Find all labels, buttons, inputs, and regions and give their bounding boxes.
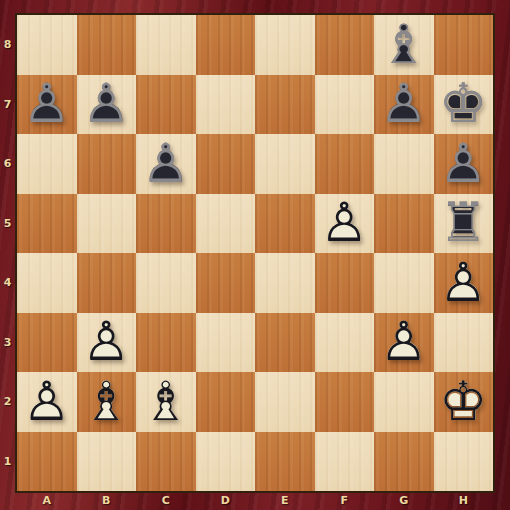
black-pawn-glyph-outline: ♙ (17, 77, 77, 131)
square-h5[interactable]: ♜♖ (434, 194, 494, 254)
piece-black-rook[interactable]: ♜♖ (434, 194, 494, 254)
white-pawn-glyph-outline: ♙ (17, 375, 77, 429)
square-b2[interactable]: ♝♗ (77, 372, 137, 432)
rank-label-8: 8 (0, 15, 15, 75)
square-c3[interactable] (136, 313, 196, 373)
square-f5[interactable]: ♟♙ (315, 194, 375, 254)
square-h1[interactable] (434, 432, 494, 492)
square-c4[interactable] (136, 253, 196, 313)
square-c8[interactable] (136, 15, 196, 75)
rank-label-5: 5 (0, 194, 15, 254)
file-label-e: E (255, 493, 315, 510)
square-f3[interactable] (315, 313, 375, 373)
square-d7[interactable] (196, 75, 256, 135)
white-king-glyph-outline: ♔ (434, 375, 494, 429)
square-a5[interactable] (17, 194, 77, 254)
square-g7[interactable]: ♟♙ (374, 75, 434, 135)
square-h6[interactable]: ♟♙ (434, 134, 494, 194)
black-rook-glyph-outline: ♖ (434, 196, 494, 250)
square-d8[interactable] (196, 15, 256, 75)
square-g3[interactable]: ♟♙ (374, 313, 434, 373)
square-b8[interactable] (77, 15, 137, 75)
square-e5[interactable] (255, 194, 315, 254)
square-e7[interactable] (255, 75, 315, 135)
piece-black-pawn[interactable]: ♟♙ (77, 75, 137, 135)
piece-black-bishop[interactable]: ♝♗ (374, 15, 434, 75)
square-e3[interactable] (255, 313, 315, 373)
square-a8[interactable] (17, 15, 77, 75)
square-h3[interactable] (434, 313, 494, 373)
black-pawn-glyph-outline: ♙ (374, 77, 434, 131)
square-e2[interactable] (255, 372, 315, 432)
chessboard: ♝♗♟♙♟♙♟♙♚♔♟♙♟♙♟♙♜♖♟♙♟♙♟♙♟♙♝♗♝♗♚♔ (15, 13, 495, 493)
square-g5[interactable] (374, 194, 434, 254)
square-f1[interactable] (315, 432, 375, 492)
rank-label-6: 6 (0, 134, 15, 194)
square-g6[interactable] (374, 134, 434, 194)
white-bishop-glyph-outline: ♗ (136, 375, 196, 429)
square-g8[interactable]: ♝♗ (374, 15, 434, 75)
square-a1[interactable] (17, 432, 77, 492)
square-d5[interactable] (196, 194, 256, 254)
square-d6[interactable] (196, 134, 256, 194)
black-king-glyph-outline: ♔ (434, 77, 494, 131)
piece-black-pawn[interactable]: ♟♙ (136, 134, 196, 194)
black-pawn-glyph-outline: ♙ (77, 77, 137, 131)
piece-black-pawn[interactable]: ♟♙ (374, 75, 434, 135)
square-e1[interactable] (255, 432, 315, 492)
square-a3[interactable] (17, 313, 77, 373)
square-c2[interactable]: ♝♗ (136, 372, 196, 432)
piece-white-pawn[interactable]: ♟♙ (17, 372, 77, 432)
file-label-c: C (136, 493, 196, 510)
square-c7[interactable] (136, 75, 196, 135)
file-label-d: D (196, 493, 256, 510)
chessboard-frame: ♝♗♟♙♟♙♟♙♚♔♟♙♟♙♟♙♜♖♟♙♟♙♟♙♟♙♝♗♝♗♚♔ 8765432… (0, 0, 510, 510)
square-a2[interactable]: ♟♙ (17, 372, 77, 432)
square-b5[interactable] (77, 194, 137, 254)
piece-white-king[interactable]: ♚♔ (434, 372, 494, 432)
square-e8[interactable] (255, 15, 315, 75)
square-c1[interactable] (136, 432, 196, 492)
square-b7[interactable]: ♟♙ (77, 75, 137, 135)
square-b6[interactable] (77, 134, 137, 194)
square-h7[interactable]: ♚♔ (434, 75, 494, 135)
square-a7[interactable]: ♟♙ (17, 75, 77, 135)
rank-label-7: 7 (0, 75, 15, 135)
square-b4[interactable] (77, 253, 137, 313)
square-g4[interactable] (374, 253, 434, 313)
piece-white-pawn[interactable]: ♟♙ (77, 313, 137, 373)
square-d4[interactable] (196, 253, 256, 313)
square-g1[interactable] (374, 432, 434, 492)
square-d1[interactable] (196, 432, 256, 492)
piece-white-pawn[interactable]: ♟♙ (315, 194, 375, 254)
rank-label-2: 2 (0, 372, 15, 432)
square-f8[interactable] (315, 15, 375, 75)
square-f2[interactable] (315, 372, 375, 432)
square-g2[interactable] (374, 372, 434, 432)
rank-label-1: 1 (0, 432, 15, 492)
square-b3[interactable]: ♟♙ (77, 313, 137, 373)
square-h8[interactable] (434, 15, 494, 75)
square-d2[interactable] (196, 372, 256, 432)
square-f7[interactable] (315, 75, 375, 135)
file-label-g: G (374, 493, 434, 510)
file-label-a: A (17, 493, 77, 510)
square-c6[interactable]: ♟♙ (136, 134, 196, 194)
white-pawn-glyph-outline: ♙ (434, 256, 494, 310)
white-bishop-glyph-outline: ♗ (77, 375, 137, 429)
square-a4[interactable] (17, 253, 77, 313)
white-pawn-glyph-outline: ♙ (77, 315, 137, 369)
piece-white-bishop[interactable]: ♝♗ (136, 372, 196, 432)
piece-black-pawn[interactable]: ♟♙ (434, 134, 494, 194)
piece-white-pawn[interactable]: ♟♙ (434, 253, 494, 313)
rank-label-4: 4 (0, 253, 15, 313)
black-bishop-glyph-outline: ♗ (374, 18, 434, 72)
square-c5[interactable] (136, 194, 196, 254)
square-e6[interactable] (255, 134, 315, 194)
square-f4[interactable] (315, 253, 375, 313)
piece-white-bishop[interactable]: ♝♗ (77, 372, 137, 432)
square-h2[interactable]: ♚♔ (434, 372, 494, 432)
white-pawn-glyph-outline: ♙ (374, 315, 434, 369)
black-pawn-glyph-outline: ♙ (434, 137, 494, 191)
file-label-b: B (77, 493, 137, 510)
square-d3[interactable] (196, 313, 256, 373)
white-pawn-glyph-outline: ♙ (315, 196, 375, 250)
black-pawn-glyph-outline: ♙ (136, 137, 196, 191)
square-e4[interactable] (255, 253, 315, 313)
piece-white-pawn[interactable]: ♟♙ (374, 313, 434, 373)
square-h4[interactable]: ♟♙ (434, 253, 494, 313)
square-b1[interactable] (77, 432, 137, 492)
square-f6[interactable] (315, 134, 375, 194)
file-label-h: H (434, 493, 494, 510)
rank-label-3: 3 (0, 313, 15, 373)
piece-black-pawn[interactable]: ♟♙ (17, 75, 77, 135)
square-a6[interactable] (17, 134, 77, 194)
file-label-f: F (315, 493, 375, 510)
piece-black-king[interactable]: ♚♔ (434, 75, 494, 135)
